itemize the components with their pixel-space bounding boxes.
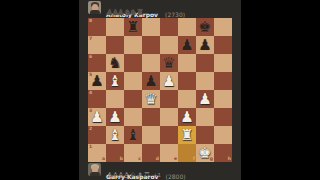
square-e3[interactable]	[160, 108, 178, 126]
rank-label-1: 1	[89, 145, 92, 150]
square-f7[interactable]: ♟	[178, 36, 196, 54]
square-d2[interactable]	[142, 126, 160, 144]
square-f6[interactable]	[178, 54, 196, 72]
square-d8[interactable]	[142, 18, 160, 36]
file-label-a: a	[102, 157, 105, 162]
piece-white-pawn[interactable]: ♟	[160, 72, 178, 90]
square-c8[interactable]: ♜	[124, 18, 142, 36]
player-card-bottom: Garry Kasparov (2800) ♙♙♙♙ ♘ ♗ ♖ +1	[88, 163, 232, 179]
letterbox-left	[0, 0, 79, 180]
square-e7[interactable]	[160, 36, 178, 54]
square-a5[interactable]: 5♟	[88, 72, 106, 90]
square-e8[interactable]	[160, 18, 178, 36]
file-label-d: d	[156, 157, 159, 162]
piece-black-pawn[interactable]: ♟	[196, 36, 214, 54]
piece-white-rook[interactable]: ♜	[178, 126, 196, 144]
piece-white-pawn[interactable]: ♟	[106, 108, 124, 126]
piece-black-king[interactable]: ♚	[196, 18, 214, 36]
video-frame: Anatoly Karpov (2730) ♟♟♟ ♞♞ ♜ 8♜♚7♟♟6♞♛…	[0, 0, 320, 180]
piece-white-king[interactable]: ♚	[196, 144, 214, 162]
square-b1[interactable]: b	[106, 144, 124, 162]
square-f4[interactable]	[178, 90, 196, 108]
square-g5[interactable]	[196, 72, 214, 90]
rank-label-7: 7	[89, 37, 92, 42]
square-c5[interactable]	[124, 72, 142, 90]
square-f1[interactable]: f	[178, 144, 196, 162]
square-b4[interactable]	[106, 90, 124, 108]
piece-black-pawn[interactable]: ♟	[142, 72, 160, 90]
player-rating-top: (2730)	[165, 11, 185, 18]
square-a8[interactable]: 8	[88, 18, 106, 36]
file-label-b: b	[120, 157, 123, 162]
square-d4[interactable]: ♛	[142, 90, 160, 108]
piece-white-bishop[interactable]: ♝	[106, 72, 124, 90]
material-advantage: +1	[153, 172, 161, 178]
square-e2[interactable]	[160, 126, 178, 144]
square-h4[interactable]	[214, 90, 232, 108]
square-h7[interactable]	[214, 36, 232, 54]
square-b2[interactable]: ♝	[106, 126, 124, 144]
captured-pieces-bottom: ♙♙♙♙ ♘ ♗ ♖ +1	[106, 171, 161, 180]
piece-black-pawn[interactable]: ♟	[178, 36, 196, 54]
square-h1[interactable]: h	[214, 144, 232, 162]
square-f2[interactable]: ♜	[178, 126, 196, 144]
avatar-karpov	[88, 1, 101, 14]
square-e4[interactable]	[160, 90, 178, 108]
square-d1[interactable]: d	[142, 144, 160, 162]
square-h6[interactable]	[214, 54, 232, 72]
square-f5[interactable]	[178, 72, 196, 90]
avatar-kasparov	[88, 163, 101, 176]
square-b3[interactable]: ♟	[106, 108, 124, 126]
chess-board: 8♜♚7♟♟6♞♛5♟♝♟♟4♛♟3♟♟♟2♝♝♜1abcdefg♚h	[88, 18, 232, 162]
piece-black-bishop[interactable]: ♝	[124, 126, 142, 144]
file-label-f: f	[193, 157, 195, 162]
square-c2[interactable]: ♝	[124, 126, 142, 144]
file-label-e: e	[174, 157, 177, 162]
piece-white-bishop[interactable]: ♝	[106, 126, 124, 144]
square-e6[interactable]: ♛	[160, 54, 178, 72]
square-h3[interactable]	[214, 108, 232, 126]
square-g2[interactable]	[196, 126, 214, 144]
square-g6[interactable]	[196, 54, 214, 72]
square-a1[interactable]: 1a	[88, 144, 106, 162]
square-f8[interactable]	[178, 18, 196, 36]
square-c3[interactable]	[124, 108, 142, 126]
square-d3[interactable]	[142, 108, 160, 126]
square-a3[interactable]: 3♟	[88, 108, 106, 126]
captured-pieces-top: ♟♟♟ ♞♞ ♜	[106, 9, 142, 17]
square-g7[interactable]: ♟	[196, 36, 214, 54]
square-b6[interactable]: ♞	[106, 54, 124, 72]
piece-black-queen[interactable]: ♛	[160, 54, 178, 72]
file-label-c: c	[138, 157, 141, 162]
rank-label-4: 4	[89, 91, 92, 96]
rank-label-2: 2	[89, 127, 92, 132]
square-b7[interactable]	[106, 36, 124, 54]
file-label-h: h	[228, 157, 231, 162]
square-d6[interactable]	[142, 54, 160, 72]
square-c1[interactable]: c	[124, 144, 142, 162]
square-a6[interactable]: 6	[88, 54, 106, 72]
piece-white-queen[interactable]: ♛	[142, 90, 160, 108]
square-c6[interactable]	[124, 54, 142, 72]
rank-label-8: 8	[89, 19, 92, 24]
square-a7[interactable]: 7	[88, 36, 106, 54]
square-a4[interactable]: 4	[88, 90, 106, 108]
square-b5[interactable]: ♝	[106, 72, 124, 90]
captured-glyphs: ♙♙♙♙ ♘ ♗ ♖	[106, 171, 149, 180]
piece-black-rook[interactable]: ♜	[124, 18, 142, 36]
square-e5[interactable]: ♟	[160, 72, 178, 90]
piece-black-knight[interactable]: ♞	[106, 54, 124, 72]
square-g4[interactable]: ♟	[196, 90, 214, 108]
player-rating-bottom: (2800)	[166, 173, 186, 180]
square-f3[interactable]: ♟	[178, 108, 196, 126]
square-d5[interactable]: ♟	[142, 72, 160, 90]
avatar-torso	[90, 10, 100, 14]
square-h5[interactable]	[214, 72, 232, 90]
avatar-torso	[90, 172, 100, 176]
square-d7[interactable]	[142, 36, 160, 54]
square-h8[interactable]	[214, 18, 232, 36]
square-a2[interactable]: 2	[88, 126, 106, 144]
square-e1[interactable]: e	[160, 144, 178, 162]
letterbox-right	[241, 0, 320, 180]
piece-white-pawn[interactable]: ♟	[88, 108, 106, 126]
square-g3[interactable]	[196, 108, 214, 126]
chess-app-panel: Anatoly Karpov (2730) ♟♟♟ ♞♞ ♜ 8♜♚7♟♟6♞♛…	[79, 0, 241, 180]
square-g1[interactable]: g♚	[196, 144, 214, 162]
square-g8[interactable]: ♚	[196, 18, 214, 36]
piece-white-pawn[interactable]: ♟	[196, 90, 214, 108]
piece-black-pawn[interactable]: ♟	[88, 72, 106, 90]
player-card-top: Anatoly Karpov (2730) ♟♟♟ ♞♞ ♜	[88, 1, 232, 17]
square-h2[interactable]	[214, 126, 232, 144]
rank-label-6: 6	[89, 55, 92, 60]
square-b8[interactable]	[106, 18, 124, 36]
piece-white-pawn[interactable]: ♟	[178, 108, 196, 126]
square-c4[interactable]	[124, 90, 142, 108]
square-c7[interactable]	[124, 36, 142, 54]
